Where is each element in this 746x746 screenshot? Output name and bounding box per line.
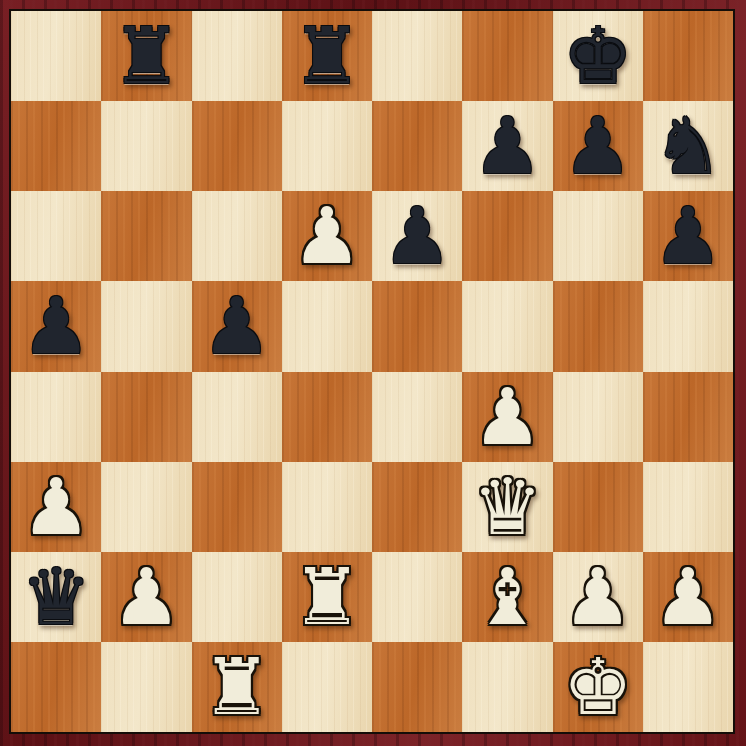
square-f1[interactable] (462, 642, 552, 732)
square-f8[interactable] (462, 11, 552, 101)
piece-black-pawn[interactable]: ♟ (372, 191, 462, 281)
square-h8[interactable] (643, 11, 733, 101)
piece-black-rook[interactable]: ♜ (282, 11, 372, 101)
square-c2[interactable] (192, 552, 282, 642)
square-d8[interactable]: ♜ (282, 11, 372, 101)
square-h4[interactable] (643, 372, 733, 462)
square-c7[interactable] (192, 101, 282, 191)
piece-black-pawn[interactable]: ♟ (643, 191, 733, 281)
piece-black-knight[interactable]: ♞ (643, 101, 733, 191)
square-b5[interactable] (101, 281, 191, 371)
square-g4[interactable] (553, 372, 643, 462)
piece-black-king[interactable]: ♚ (553, 11, 643, 101)
piece-white-bishop[interactable]: ♝ (462, 552, 552, 642)
square-b8[interactable]: ♜ (101, 11, 191, 101)
piece-white-rook[interactable]: ♜ (282, 552, 372, 642)
square-e1[interactable] (372, 642, 462, 732)
square-g3[interactable] (553, 462, 643, 552)
square-d3[interactable] (282, 462, 372, 552)
square-a3[interactable]: ♟ (11, 462, 101, 552)
piece-white-queen[interactable]: ♛ (462, 462, 552, 552)
square-c6[interactable] (192, 191, 282, 281)
square-a8[interactable] (11, 11, 101, 101)
square-g7[interactable]: ♟ (553, 101, 643, 191)
square-a1[interactable] (11, 642, 101, 732)
square-a7[interactable] (11, 101, 101, 191)
board-frame: ♜♜♚♟♟♞♟♟♟♟♟♟♟♛♛♟♜♝♟♟♜♚ (0, 0, 746, 746)
square-e8[interactable] (372, 11, 462, 101)
square-c8[interactable] (192, 11, 282, 101)
piece-white-rook[interactable]: ♜ (192, 642, 282, 732)
square-c5[interactable]: ♟ (192, 281, 282, 371)
square-f7[interactable]: ♟ (462, 101, 552, 191)
square-h5[interactable] (643, 281, 733, 371)
piece-black-queen[interactable]: ♛ (11, 552, 101, 642)
square-g8[interactable]: ♚ (553, 11, 643, 101)
square-e2[interactable] (372, 552, 462, 642)
square-a4[interactable] (11, 372, 101, 462)
square-g5[interactable] (553, 281, 643, 371)
square-b4[interactable] (101, 372, 191, 462)
piece-white-pawn[interactable]: ♟ (643, 552, 733, 642)
square-c3[interactable] (192, 462, 282, 552)
square-d6[interactable]: ♟ (282, 191, 372, 281)
square-b6[interactable] (101, 191, 191, 281)
square-f4[interactable]: ♟ (462, 372, 552, 462)
square-e6[interactable]: ♟ (372, 191, 462, 281)
square-d5[interactable] (282, 281, 372, 371)
square-d7[interactable] (282, 101, 372, 191)
piece-black-pawn[interactable]: ♟ (192, 281, 282, 371)
piece-white-pawn[interactable]: ♟ (553, 552, 643, 642)
square-a2[interactable]: ♛ (11, 552, 101, 642)
piece-black-pawn[interactable]: ♟ (462, 101, 552, 191)
square-c1[interactable]: ♜ (192, 642, 282, 732)
piece-white-pawn[interactable]: ♟ (11, 462, 101, 552)
square-c4[interactable] (192, 372, 282, 462)
chess-board: ♜♜♚♟♟♞♟♟♟♟♟♟♟♛♛♟♜♝♟♟♜♚ (9, 9, 735, 734)
piece-white-king[interactable]: ♚ (553, 642, 643, 732)
piece-black-rook[interactable]: ♜ (101, 11, 191, 101)
square-f5[interactable] (462, 281, 552, 371)
square-h1[interactable] (643, 642, 733, 732)
piece-black-pawn[interactable]: ♟ (11, 281, 101, 371)
piece-white-pawn[interactable]: ♟ (462, 372, 552, 462)
square-e4[interactable] (372, 372, 462, 462)
square-g1[interactable]: ♚ (553, 642, 643, 732)
square-e3[interactable] (372, 462, 462, 552)
square-b2[interactable]: ♟ (101, 552, 191, 642)
square-e7[interactable] (372, 101, 462, 191)
square-d2[interactable]: ♜ (282, 552, 372, 642)
piece-white-pawn[interactable]: ♟ (282, 191, 372, 281)
square-d1[interactable] (282, 642, 372, 732)
square-b7[interactable] (101, 101, 191, 191)
square-h2[interactable]: ♟ (643, 552, 733, 642)
square-a6[interactable] (11, 191, 101, 281)
square-h7[interactable]: ♞ (643, 101, 733, 191)
square-f6[interactable] (462, 191, 552, 281)
piece-white-pawn[interactable]: ♟ (101, 552, 191, 642)
square-h3[interactable] (643, 462, 733, 552)
square-f3[interactable]: ♛ (462, 462, 552, 552)
square-a5[interactable]: ♟ (11, 281, 101, 371)
square-e5[interactable] (372, 281, 462, 371)
square-d4[interactable] (282, 372, 372, 462)
square-b1[interactable] (101, 642, 191, 732)
piece-black-pawn[interactable]: ♟ (553, 101, 643, 191)
square-h6[interactable]: ♟ (643, 191, 733, 281)
square-g2[interactable]: ♟ (553, 552, 643, 642)
square-b3[interactable] (101, 462, 191, 552)
square-f2[interactable]: ♝ (462, 552, 552, 642)
square-g6[interactable] (553, 191, 643, 281)
